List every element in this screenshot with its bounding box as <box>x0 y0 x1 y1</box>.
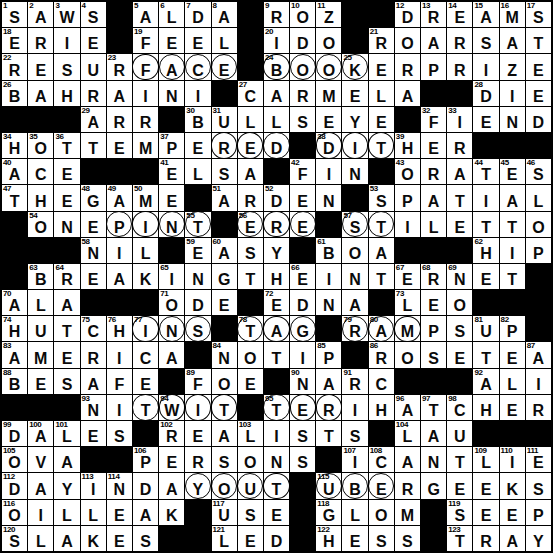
cell-r15c2[interactable]: E <box>28 369 53 394</box>
cell-r2c18[interactable]: R <box>447 28 472 53</box>
cell-r13c8[interactable]: S <box>185 316 210 341</box>
cell-r10c5[interactable]: I <box>107 238 132 263</box>
cell-r2c1[interactable]: 18E <box>2 28 27 53</box>
cell-r15c20[interactable]: L <box>500 369 525 394</box>
cell-r4c3[interactable]: H <box>54 81 79 106</box>
cell-r15c3[interactable]: S <box>54 369 79 394</box>
cell-r7c12[interactable]: 42F <box>290 159 315 184</box>
cell-r21c2[interactable]: L <box>28 526 53 551</box>
cell-r11c13[interactable]: I <box>316 264 341 289</box>
cell-r16c15[interactable]: H <box>369 395 394 420</box>
cell-r15c21[interactable]: I <box>526 369 551 394</box>
cell-r5c5[interactable]: R <box>107 107 132 132</box>
cell-r6c16[interactable]: 39H <box>395 133 420 158</box>
cell-r21c21[interactable]: Y <box>526 526 551 551</box>
cell-r14c18[interactable]: E <box>447 342 472 367</box>
cell-r11c14[interactable]: N <box>342 264 367 289</box>
cell-r8c7[interactable]: E <box>159 185 184 210</box>
cell-r6c1[interactable]: 34H <box>2 133 27 158</box>
cell-r8c9[interactable]: 51A <box>212 185 237 210</box>
cell-r16c4[interactable]: 93N <box>81 395 106 420</box>
cell-r14c10[interactable]: O <box>238 342 263 367</box>
cell-r2c20[interactable]: A <box>500 28 525 53</box>
cell-r11c16[interactable]: 67E <box>395 264 420 289</box>
cell-r10c21[interactable]: P <box>526 238 551 263</box>
cell-r13c19[interactable]: 81U <box>473 316 498 341</box>
cell-r5c12[interactable]: S <box>290 107 315 132</box>
cell-r17c17[interactable]: A <box>421 421 446 446</box>
cell-r4c20[interactable]: I <box>500 81 525 106</box>
cell-r13c10[interactable]: 78T <box>238 316 263 341</box>
cell-r18c10[interactable]: O <box>238 447 263 472</box>
cell-r19c9[interactable]: O <box>212 473 237 498</box>
cell-r4c14[interactable]: E <box>342 81 367 106</box>
cell-r18c20[interactable]: 110I <box>500 447 525 472</box>
cell-r11c5[interactable]: A <box>107 264 132 289</box>
cell-r11c8[interactable]: N <box>185 264 210 289</box>
cell-r13c14[interactable]: 79R <box>342 316 367 341</box>
cell-r9c12[interactable]: E <box>290 212 315 237</box>
cell-r7c19[interactable]: 44T <box>473 159 498 184</box>
cell-r11c9[interactable]: G <box>212 264 237 289</box>
cell-r4c6[interactable]: I <box>133 81 158 106</box>
cell-r15c10[interactable]: E <box>238 369 263 394</box>
cell-r17c11[interactable]: I <box>264 421 289 446</box>
cell-r17c9[interactable]: A <box>212 421 237 446</box>
cell-r20c6[interactable]: A <box>133 500 158 525</box>
cell-r15c12[interactable]: 90N <box>290 369 315 394</box>
cell-r2c6[interactable]: 19F <box>133 28 158 53</box>
cell-r7c21[interactable]: 46S <box>526 159 551 184</box>
cell-r5c11[interactable]: L <box>264 107 289 132</box>
cell-r20c3[interactable]: L <box>54 500 79 525</box>
cell-r16c11[interactable]: 95T <box>264 395 289 420</box>
cell-r4c12[interactable]: R <box>290 81 315 106</box>
cell-r5c8[interactable]: 30B <box>185 107 210 132</box>
cell-r2c8[interactable]: E <box>185 28 210 53</box>
cell-r14c4[interactable]: R <box>81 342 106 367</box>
cell-r20c2[interactable]: I <box>28 500 53 525</box>
cell-r3c12[interactable]: O <box>290 54 315 79</box>
cell-r5c10[interactable]: L <box>238 107 263 132</box>
cell-r21c20[interactable]: A <box>500 526 525 551</box>
cell-r19c19[interactable]: E <box>473 473 498 498</box>
cell-r11c2[interactable]: 63B <box>28 264 53 289</box>
cell-r13c3[interactable]: T <box>54 316 79 341</box>
cell-r13c6[interactable]: 77I <box>133 316 158 341</box>
cell-r12c1[interactable]: 70A <box>2 290 27 315</box>
cell-r10c10[interactable]: S <box>238 238 263 263</box>
cell-r21c3[interactable]: A <box>54 526 79 551</box>
cell-r9c21[interactable]: O <box>526 212 551 237</box>
cell-r17c1[interactable]: 99D <box>2 421 27 446</box>
cell-r10c4[interactable]: 58N <box>81 238 106 263</box>
cell-r1c21[interactable]: 17S <box>526 2 551 27</box>
cell-r11c7[interactable]: 65I <box>159 264 184 289</box>
cell-r4c2[interactable]: A <box>28 81 53 106</box>
cell-r13c5[interactable]: 76H <box>107 316 132 341</box>
cell-r11c20[interactable]: T <box>500 264 525 289</box>
cell-r10c11[interactable]: Y <box>264 238 289 263</box>
cell-r12c8[interactable]: D <box>185 290 210 315</box>
cell-r13c1[interactable]: 74H <box>2 316 27 341</box>
cell-r15c8[interactable]: 89F <box>185 369 210 394</box>
cell-r2c12[interactable]: D <box>290 28 315 53</box>
cell-r19c18[interactable]: E <box>447 473 472 498</box>
cell-r18c3[interactable]: A <box>54 447 79 472</box>
cell-r21c18[interactable]: 123T <box>447 526 472 551</box>
cell-r17c16[interactable]: 104L <box>395 421 420 446</box>
cell-r3c4[interactable]: U <box>81 54 106 79</box>
cell-r12c9[interactable]: E <box>212 290 237 315</box>
cell-r16c21[interactable]: R <box>526 395 551 420</box>
cell-r9c14[interactable]: 57S <box>342 212 367 237</box>
cell-r8c15[interactable]: 53S <box>369 185 394 210</box>
cell-r1c19[interactable]: 15A <box>473 2 498 27</box>
cell-r1c9[interactable]: 8A <box>212 2 237 27</box>
cell-r6c15[interactable]: T <box>369 133 394 158</box>
cell-r18c14[interactable]: 107I <box>342 447 367 472</box>
cell-r5c6[interactable]: R <box>133 107 158 132</box>
cell-r16c6[interactable]: T <box>133 395 158 420</box>
cell-r13c2[interactable]: U <box>28 316 53 341</box>
cell-r18c7[interactable]: E <box>159 447 184 472</box>
cell-r15c4[interactable]: A <box>81 369 106 394</box>
cell-r13c11[interactable]: A <box>264 316 289 341</box>
cell-r17c14[interactable]: S <box>342 421 367 446</box>
cell-r3c11[interactable]: 24B <box>264 54 289 79</box>
cell-r14c2[interactable]: M <box>28 342 53 367</box>
cell-r13c15[interactable]: 80A <box>369 316 394 341</box>
cell-r8c1[interactable]: 47T <box>2 185 27 210</box>
cell-r9c11[interactable]: R <box>264 212 289 237</box>
cell-r7c18[interactable]: A <box>447 159 472 184</box>
cell-r19c6[interactable]: D <box>133 473 158 498</box>
cell-r16c14[interactable]: I <box>342 395 367 420</box>
cell-r6c3[interactable]: 36T <box>54 133 79 158</box>
cell-r20c15[interactable]: O <box>369 500 394 525</box>
cell-r7c13[interactable]: I <box>316 159 341 184</box>
cell-r5c15[interactable]: E <box>369 107 394 132</box>
cell-r20c14[interactable]: L <box>342 500 367 525</box>
cell-r16c12[interactable]: E <box>290 395 315 420</box>
cell-r15c6[interactable]: E <box>133 369 158 394</box>
cell-r13c20[interactable]: 82P <box>500 316 525 341</box>
cell-r4c1[interactable]: 26B <box>2 81 27 106</box>
cell-r1c13[interactable]: 11Z <box>316 2 341 27</box>
cell-r8c19[interactable]: I <box>473 185 498 210</box>
cell-r2c11[interactable]: 20I <box>264 28 289 53</box>
cell-r2c9[interactable]: L <box>212 28 237 53</box>
cell-r20c9[interactable]: 117U <box>212 500 237 525</box>
cell-r17c7[interactable]: 102R <box>159 421 184 446</box>
cell-r20c1[interactable]: 116O <box>2 500 27 525</box>
cell-r16c16[interactable]: 96A <box>395 395 420 420</box>
cell-r14c5[interactable]: I <box>107 342 132 367</box>
cell-r1c17[interactable]: 13R <box>421 2 446 27</box>
cell-r2c13[interactable]: O <box>316 28 341 53</box>
cell-r7c10[interactable]: A <box>238 159 263 184</box>
cell-r11c3[interactable]: 64R <box>54 264 79 289</box>
cell-r1c3[interactable]: 3W <box>54 2 79 27</box>
cell-r18c15[interactable]: 108C <box>369 447 394 472</box>
cell-r18c16[interactable]: A <box>395 447 420 472</box>
cell-r17c12[interactable]: S <box>290 421 315 446</box>
cell-r3c6[interactable]: F <box>133 54 158 79</box>
cell-r18c11[interactable]: N <box>264 447 289 472</box>
cell-r19c10[interactable]: U <box>238 473 263 498</box>
cell-r6c14[interactable]: I <box>342 133 367 158</box>
cell-r4c8[interactable]: I <box>185 81 210 106</box>
cell-r7c16[interactable]: 43O <box>395 159 420 184</box>
cell-r19c5[interactable]: 114N <box>107 473 132 498</box>
cell-r7c2[interactable]: C <box>28 159 53 184</box>
cell-r8c6[interactable]: 50M <box>133 185 158 210</box>
cell-r6c11[interactable]: D <box>264 133 289 158</box>
cell-r12c18[interactable]: O <box>447 290 472 315</box>
cell-r13c17[interactable]: P <box>421 316 446 341</box>
cell-r9c19[interactable]: T <box>473 212 498 237</box>
cell-r3c9[interactable]: E <box>212 54 237 79</box>
cell-r10c20[interactable]: I <box>500 238 525 263</box>
cell-r21c1[interactable]: 120S <box>2 526 27 551</box>
cell-r21c13[interactable]: 122H <box>316 526 341 551</box>
cell-r3c8[interactable]: C <box>185 54 210 79</box>
cell-r3c20[interactable]: Z <box>500 54 525 79</box>
cell-r16c18[interactable]: 98C <box>447 395 472 420</box>
cell-r6c2[interactable]: 35O <box>28 133 53 158</box>
cell-r11c6[interactable]: K <box>133 264 158 289</box>
cell-r19c16[interactable]: R <box>395 473 420 498</box>
cell-r2c19[interactable]: S <box>473 28 498 53</box>
cell-r9c17[interactable]: L <box>421 212 446 237</box>
cell-r19c1[interactable]: 112D <box>2 473 27 498</box>
cell-r6c10[interactable]: E <box>238 133 263 158</box>
cell-r7c20[interactable]: 45E <box>500 159 525 184</box>
cell-r7c1[interactable]: 40A <box>2 159 27 184</box>
cell-r13c12[interactable]: G <box>290 316 315 341</box>
cell-r18c1[interactable]: 105O <box>2 447 27 472</box>
cell-r14c21[interactable]: 87A <box>526 342 551 367</box>
cell-r20c18[interactable]: 119S <box>447 500 472 525</box>
cell-r3c5[interactable]: 23R <box>107 54 132 79</box>
cell-r2c15[interactable]: 21R <box>369 28 394 53</box>
cell-r20c16[interactable]: M <box>395 500 420 525</box>
cell-r3c2[interactable]: E <box>28 54 53 79</box>
cell-r14c17[interactable]: S <box>421 342 446 367</box>
cell-r16c13[interactable]: R <box>316 395 341 420</box>
cell-r14c11[interactable]: T <box>264 342 289 367</box>
cell-r1c4[interactable]: 4S <box>81 2 106 27</box>
cell-r18c9[interactable]: S <box>212 447 237 472</box>
cell-r8c5[interactable]: 49A <box>107 185 132 210</box>
cell-r6c8[interactable]: E <box>185 133 210 158</box>
cell-r4c5[interactable]: A <box>107 81 132 106</box>
cell-r20c20[interactable]: E <box>500 500 525 525</box>
cell-r3c21[interactable]: E <box>526 54 551 79</box>
cell-r7c7[interactable]: 41E <box>159 159 184 184</box>
cell-r3c13[interactable]: O <box>316 54 341 79</box>
cell-r19c7[interactable]: A <box>159 473 184 498</box>
cell-r9c4[interactable]: E <box>81 212 106 237</box>
cell-r18c18[interactable]: T <box>447 447 472 472</box>
cell-r12c17[interactable]: E <box>421 290 446 315</box>
cell-r21c5[interactable]: E <box>107 526 132 551</box>
cell-r19c21[interactable]: S <box>526 473 551 498</box>
cell-r12c16[interactable]: 73L <box>395 290 420 315</box>
cell-r3c18[interactable]: R <box>447 54 472 79</box>
cell-r9c8[interactable]: 55T <box>185 212 210 237</box>
cell-r3c15[interactable]: E <box>369 54 394 79</box>
cell-r20c5[interactable]: E <box>107 500 132 525</box>
cell-r19c2[interactable]: A <box>28 473 53 498</box>
cell-r19c3[interactable]: Y <box>54 473 79 498</box>
cell-r4c11[interactable]: A <box>264 81 289 106</box>
cell-r4c15[interactable]: L <box>369 81 394 106</box>
cell-r14c13[interactable]: 85P <box>316 342 341 367</box>
cell-r14c9[interactable]: 84N <box>212 342 237 367</box>
cell-r1c16[interactable]: 12D <box>395 2 420 27</box>
cell-r21c14[interactable]: E <box>342 526 367 551</box>
cell-r9c16[interactable]: I <box>395 212 420 237</box>
cell-r14c20[interactable]: E <box>500 342 525 367</box>
cell-r6c5[interactable]: E <box>107 133 132 158</box>
cell-r5c19[interactable]: E <box>473 107 498 132</box>
cell-r21c9[interactable]: 121L <box>212 526 237 551</box>
cell-r17c10[interactable]: 103L <box>238 421 263 446</box>
cell-r15c13[interactable]: A <box>316 369 341 394</box>
cell-r14c15[interactable]: 86R <box>369 342 394 367</box>
cell-r6c4[interactable]: T <box>81 133 106 158</box>
cell-r13c16[interactable]: M <box>395 316 420 341</box>
cell-r2c16[interactable]: O <box>395 28 420 53</box>
cell-r20c19[interactable]: E <box>473 500 498 525</box>
cell-r20c13[interactable]: 118G <box>316 500 341 525</box>
cell-r11c10[interactable]: T <box>238 264 263 289</box>
cell-r17c2[interactable]: 100A <box>28 421 53 446</box>
cell-r3c19[interactable]: I <box>473 54 498 79</box>
cell-r1c20[interactable]: 16M <box>500 2 525 27</box>
cell-r3c14[interactable]: 25K <box>342 54 367 79</box>
cell-r3c16[interactable]: R <box>395 54 420 79</box>
cell-r20c10[interactable]: S <box>238 500 263 525</box>
cell-r12c11[interactable]: 72E <box>264 290 289 315</box>
cell-r12c12[interactable]: D <box>290 290 315 315</box>
cell-r12c13[interactable]: N <box>316 290 341 315</box>
cell-r20c11[interactable]: E <box>264 500 289 525</box>
cell-r13c7[interactable]: N <box>159 316 184 341</box>
cell-r8c4[interactable]: 48G <box>81 185 106 210</box>
cell-r19c11[interactable]: T <box>264 473 289 498</box>
cell-r17c5[interactable]: S <box>107 421 132 446</box>
cell-r16c17[interactable]: 97T <box>421 395 446 420</box>
cell-r1c1[interactable]: 1S <box>2 2 27 27</box>
cell-r11c19[interactable]: E <box>473 264 498 289</box>
cell-r4c16[interactable]: A <box>395 81 420 106</box>
cell-r16c8[interactable]: I <box>185 395 210 420</box>
cell-r7c14[interactable]: N <box>342 159 367 184</box>
cell-r1c12[interactable]: 10O <box>290 2 315 27</box>
cell-r2c2[interactable]: R <box>28 28 53 53</box>
cell-r11c17[interactable]: 68R <box>421 264 446 289</box>
cell-r10c15[interactable]: A <box>369 238 394 263</box>
cell-r21c19[interactable]: R <box>473 526 498 551</box>
cell-r5c20[interactable]: N <box>500 107 525 132</box>
cell-r17c13[interactable]: T <box>316 421 341 446</box>
cell-r1c2[interactable]: 2A <box>28 2 53 27</box>
cell-r5c13[interactable]: E <box>316 107 341 132</box>
cell-r18c12[interactable]: S <box>290 447 315 472</box>
cell-r11c12[interactable]: 66E <box>290 264 315 289</box>
cell-r19c8[interactable]: Y <box>185 473 210 498</box>
cell-r5c9[interactable]: 31U <box>212 107 237 132</box>
cell-r12c14[interactable]: A <box>342 290 367 315</box>
cell-r3c17[interactable]: P <box>421 54 446 79</box>
cell-r18c17[interactable]: N <box>421 447 446 472</box>
cell-r19c20[interactable]: K <box>500 473 525 498</box>
cell-r9c18[interactable]: E <box>447 212 472 237</box>
cell-r12c3[interactable]: A <box>54 290 79 315</box>
cell-r5c17[interactable]: 32F <box>421 107 446 132</box>
cell-r9c6[interactable]: I <box>133 212 158 237</box>
cell-r15c14[interactable]: 91R <box>342 369 367 394</box>
cell-r10c19[interactable]: 62H <box>473 238 498 263</box>
cell-r2c21[interactable]: T <box>526 28 551 53</box>
cell-r21c11[interactable]: D <box>264 526 289 551</box>
cell-r17c8[interactable]: E <box>185 421 210 446</box>
cell-r2c3[interactable]: I <box>54 28 79 53</box>
cell-r14c1[interactable]: 83A <box>2 342 27 367</box>
cell-r6c17[interactable]: E <box>421 133 446 158</box>
cell-r11c11[interactable]: H <box>264 264 289 289</box>
cell-r10c8[interactable]: 59E <box>185 238 210 263</box>
cell-r7c17[interactable]: R <box>421 159 446 184</box>
cell-r8c16[interactable]: P <box>395 185 420 210</box>
cell-r9c5[interactable]: P <box>107 212 132 237</box>
cell-r4c4[interactable]: R <box>81 81 106 106</box>
cell-r20c4[interactable]: L <box>81 500 106 525</box>
cell-r14c16[interactable]: O <box>395 342 420 367</box>
cell-r9c2[interactable]: 54O <box>28 212 53 237</box>
cell-r5c18[interactable]: 33I <box>447 107 472 132</box>
cell-r17c3[interactable]: 101L <box>54 421 79 446</box>
cell-r18c6[interactable]: 106P <box>133 447 158 472</box>
cell-r5c21[interactable]: D <box>526 107 551 132</box>
cell-r19c14[interactable]: B <box>342 473 367 498</box>
cell-r6c18[interactable]: R <box>447 133 472 158</box>
cell-r15c15[interactable]: C <box>369 369 394 394</box>
cell-r20c7[interactable]: K <box>159 500 184 525</box>
cell-r2c4[interactable]: E <box>81 28 106 53</box>
cell-r16c7[interactable]: 94W <box>159 395 184 420</box>
cell-r6c7[interactable]: 37P <box>159 133 184 158</box>
cell-r15c1[interactable]: 88B <box>2 369 27 394</box>
cell-r8c11[interactable]: 52D <box>264 185 289 210</box>
cell-r14c3[interactable]: E <box>54 342 79 367</box>
cell-r4c21[interactable]: E <box>526 81 551 106</box>
cell-r11c18[interactable]: 69N <box>447 264 472 289</box>
cell-r20c21[interactable]: P <box>526 500 551 525</box>
cell-r6c9[interactable]: R <box>212 133 237 158</box>
cell-r1c11[interactable]: 9R <box>264 2 289 27</box>
cell-r6c6[interactable]: M <box>133 133 158 158</box>
cell-r1c6[interactable]: 5A <box>133 2 158 27</box>
cell-r10c13[interactable]: 61B <box>316 238 341 263</box>
cell-r11c15[interactable]: T <box>369 264 394 289</box>
cell-r21c15[interactable]: S <box>369 526 394 551</box>
cell-r10c9[interactable]: 60A <box>212 238 237 263</box>
cell-r5c4[interactable]: 29A <box>81 107 106 132</box>
